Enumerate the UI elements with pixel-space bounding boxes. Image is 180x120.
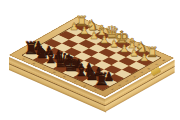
chess-piece-R: ♜ — [75, 14, 88, 28]
chess-piece-Q: ♛ — [104, 24, 119, 41]
chess-piece-K: ♚ — [114, 29, 129, 46]
chess-set-photo: ♜♞♝♛♚♝♞♜♟♟♟♟♟♟♟♟♟♟♟♟♟♟♟♟♜♞♝♛♚♝♞♜ abcdefg… — [0, 0, 180, 120]
